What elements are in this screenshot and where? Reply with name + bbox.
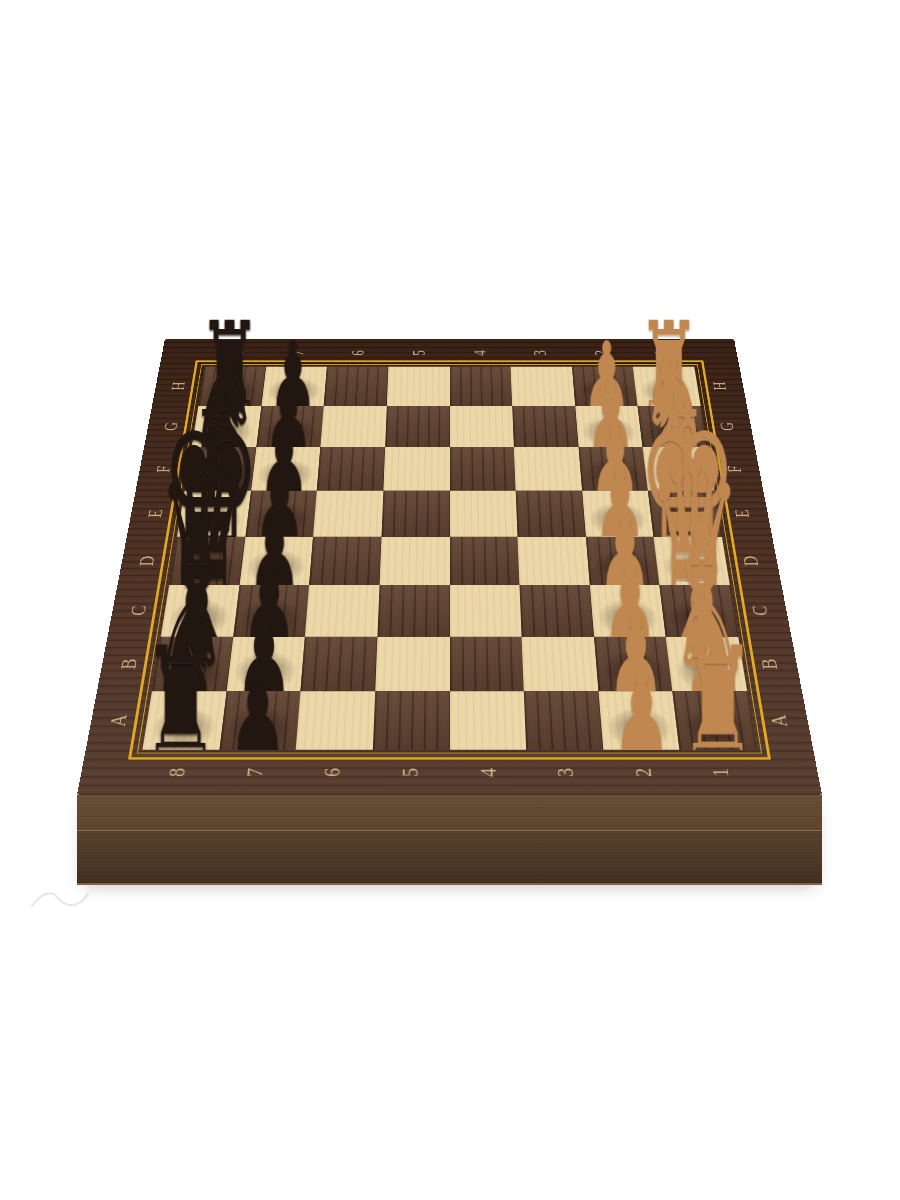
rank-label-far-text: 6	[348, 350, 368, 356]
square-e1: ♚	[648, 491, 722, 537]
square-e8: ♚	[177, 491, 251, 537]
file-label-right: E	[714, 491, 772, 537]
square-f8: ♝	[185, 447, 257, 490]
file-label-left-text: E	[144, 509, 168, 518]
square-a1: ♜	[673, 691, 757, 749]
square-c1: ♝	[660, 585, 738, 637]
square-a7: ♟	[219, 691, 301, 749]
square-f4	[450, 447, 516, 490]
file-label-right-text: A	[766, 714, 793, 727]
square-g6	[321, 406, 387, 447]
square-e5	[381, 491, 449, 537]
file-label-right: D	[722, 537, 782, 586]
rank-label-far: 8	[205, 339, 270, 367]
square-c5	[377, 585, 449, 637]
piece-contact-shadow	[672, 651, 742, 688]
square-h6	[324, 367, 388, 406]
square-a8: ♜	[142, 691, 226, 749]
file-label-left: C	[108, 585, 170, 637]
box-front-face	[77, 795, 822, 885]
rank-label-far: 3	[510, 339, 572, 367]
piece-contact-shadow	[587, 502, 649, 533]
piece-contact-shadow	[643, 416, 703, 444]
rank-label-far-text: 1	[651, 350, 672, 356]
square-e4	[450, 491, 518, 537]
rank-label-far: 2	[570, 339, 633, 367]
piece-contact-shadow	[196, 416, 256, 444]
square-h8: ♜	[198, 367, 266, 406]
edge-far: 87654321	[205, 339, 695, 367]
rank-label-far: 5	[388, 339, 449, 367]
piece-contact-shadow	[174, 549, 240, 582]
file-label-right: C	[730, 585, 792, 637]
square-a4	[450, 691, 527, 749]
piece-contact-shadow	[157, 651, 227, 688]
square-a6	[296, 691, 375, 749]
file-label-left: G	[144, 406, 198, 447]
square-g5	[385, 406, 449, 447]
square-c4	[450, 585, 522, 637]
rank-label-far-text: 7	[288, 350, 309, 356]
piece-contact-shadow	[654, 502, 718, 533]
piece-contact-shadow	[265, 377, 322, 404]
rank-label-near-text: 5	[398, 767, 424, 777]
piece-contact-shadow	[576, 377, 633, 404]
board-frame: 87654321 87654321 ABCDEFGH ABCDEFGH ♜♟♟♜…	[77, 339, 822, 795]
piece-contact-shadow	[244, 549, 308, 582]
square-f5	[383, 447, 449, 490]
piece-contact-shadow	[260, 416, 319, 444]
file-label-left-text: D	[135, 555, 160, 566]
square-a2: ♟	[598, 691, 680, 749]
square-g4	[450, 406, 514, 447]
square-g8: ♞	[192, 406, 261, 447]
rank-label-near-text: 1	[708, 767, 735, 777]
rank-label-near-text: 8	[164, 767, 191, 777]
file-label-left-text: H	[168, 382, 190, 391]
square-c2: ♟	[590, 585, 666, 637]
rank-label-far: 1	[630, 339, 695, 367]
square-d1: ♛	[654, 537, 730, 586]
square-h1: ♜	[633, 367, 701, 406]
chess-box-lid: 87654321 87654321 ABCDEFGH ABCDEFGH ♜♟♟♜…	[77, 339, 822, 795]
piece-contact-shadow	[591, 549, 655, 582]
file-label-right: H	[694, 367, 747, 406]
rank-label-far-text: 2	[591, 350, 612, 356]
piece-contact-shadow	[148, 706, 220, 746]
piece-contact-shadow	[679, 706, 751, 746]
file-label-left-text: A	[106, 714, 133, 727]
piece-contact-shadow	[599, 651, 668, 688]
piece-contact-shadow	[224, 706, 295, 746]
square-f6	[317, 447, 385, 490]
piece-contact-shadow	[580, 416, 639, 444]
file-label-left: D	[117, 537, 177, 586]
piece-contact-shadow	[659, 549, 725, 582]
square-e3	[516, 491, 586, 537]
square-g7: ♟	[256, 406, 324, 447]
square-h3	[511, 367, 575, 406]
file-label-left: A	[86, 691, 152, 749]
rank-label-near-text: 4	[475, 767, 501, 777]
piece-contact-shadow	[250, 502, 312, 533]
square-e7: ♟	[245, 491, 317, 537]
square-g1: ♞	[638, 406, 707, 447]
square-e6	[313, 491, 383, 537]
square-d5	[379, 537, 449, 586]
rank-label-far-text: 5	[409, 350, 429, 356]
box-lid-seam	[77, 830, 822, 831]
rank-label-far: 6	[327, 339, 389, 367]
square-h2: ♟	[572, 367, 638, 406]
piece-contact-shadow	[638, 377, 697, 404]
watermark-scribble	[28, 880, 92, 916]
square-f7: ♟	[251, 447, 321, 490]
rank-label-far: 4	[450, 339, 511, 367]
file-label-left-text: G	[160, 422, 183, 431]
rank-label-near-text: 2	[630, 767, 657, 777]
board-grid: ♜♟♟♜♞♟♟♞♝♟♟♝♚♟♟♚♛♟♟♛♝♟♟♝♞♟♟♞♜♟♟♜	[142, 367, 756, 750]
rank-label-far-text: 8	[227, 350, 248, 356]
file-label-left: E	[127, 491, 185, 537]
square-d2: ♟	[586, 537, 660, 586]
square-c8: ♝	[161, 585, 239, 637]
piece-contact-shadow	[255, 458, 316, 488]
piece-contact-shadow	[238, 598, 304, 633]
file-label-left: H	[152, 367, 205, 406]
piece-contact-shadow	[189, 458, 251, 488]
file-label-right: F	[707, 447, 763, 490]
square-f1: ♝	[643, 447, 715, 490]
piece-contact-shadow	[648, 458, 710, 488]
square-a3	[524, 691, 603, 749]
square-d3	[518, 537, 590, 586]
file-label-right-text: F	[723, 465, 746, 473]
piece-contact-shadow	[604, 706, 675, 746]
file-label-right-text: G	[716, 422, 739, 431]
square-h4	[450, 367, 513, 406]
square-a5	[373, 691, 450, 749]
square-c7: ♟	[233, 585, 309, 637]
square-h7: ♟	[261, 367, 327, 406]
rank-label-far-text: 4	[470, 350, 490, 356]
file-label-right-text: E	[731, 509, 755, 518]
rank-label-far: 7	[266, 339, 329, 367]
product-photo-wooden-chess-set: 87654321 87654321 ABCDEFGH ABCDEFGH ♜♟♟♜…	[0, 0, 900, 1200]
square-f2: ♟	[578, 447, 648, 490]
piece-contact-shadow	[583, 458, 644, 488]
file-label-left-text: C	[126, 605, 151, 616]
file-label-right: A	[747, 691, 813, 749]
piece-contact-shadow	[166, 598, 234, 633]
file-label-right-text: B	[757, 658, 783, 669]
rank-label-near-text: 3	[553, 767, 579, 777]
square-e2: ♟	[582, 491, 654, 537]
file-label-right-text: D	[739, 555, 764, 566]
square-c3	[520, 585, 594, 637]
piece-contact-shadow	[182, 502, 246, 533]
file-label-right-text: C	[748, 605, 773, 616]
file-label-left: F	[136, 447, 192, 490]
square-h5	[387, 367, 450, 406]
square-c6	[305, 585, 379, 637]
square-g3	[512, 406, 578, 447]
piece-contact-shadow	[666, 598, 734, 633]
square-d6	[309, 537, 381, 586]
piece-contact-shadow	[595, 598, 661, 633]
square-d7: ♟	[239, 537, 313, 586]
file-label-left-text: B	[116, 658, 142, 669]
piece-contact-shadow	[231, 651, 300, 688]
piece-contact-shadow	[203, 377, 262, 404]
square-d8: ♛	[169, 537, 245, 586]
file-label-right: G	[701, 406, 755, 447]
rank-label-near-text: 6	[320, 767, 346, 777]
square-f3	[514, 447, 582, 490]
rank-label-near-text: 7	[242, 767, 269, 777]
board-perspective-scene: 87654321 87654321 ABCDEFGH ABCDEFGH ♜♟♟♜…	[77, 50, 822, 795]
rank-label-far-text: 3	[530, 350, 550, 356]
square-d4	[450, 537, 520, 586]
file-label-right-text: H	[709, 382, 731, 391]
square-g2: ♟	[575, 406, 643, 447]
file-label-left-text: F	[153, 465, 176, 473]
